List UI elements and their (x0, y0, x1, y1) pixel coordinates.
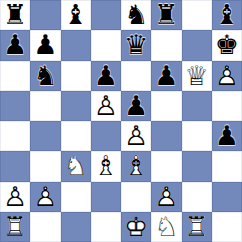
square-g2[interactable] (182, 182, 212, 212)
square-g5[interactable] (182, 91, 212, 121)
square-a4[interactable] (0, 121, 30, 151)
piece-black-pawn[interactable]: ♟ (0, 30, 30, 60)
square-d3[interactable]: ♝♗ (91, 151, 121, 181)
white-pawn-outline: ♙ (30, 182, 60, 212)
square-a3[interactable] (0, 151, 30, 181)
square-e5[interactable]: ♟ (121, 91, 151, 121)
white-pawn-outline: ♙ (91, 91, 121, 121)
square-g7[interactable] (182, 30, 212, 60)
square-g3[interactable] (182, 151, 212, 181)
black-knight-glyph: ♞ (121, 0, 151, 30)
piece-black-rook[interactable]: ♜ (0, 0, 30, 30)
square-c1[interactable] (61, 212, 91, 242)
piece-black-pawn[interactable]: ♟ (30, 30, 60, 60)
square-c7[interactable] (61, 30, 91, 60)
square-f3[interactable] (151, 151, 181, 181)
square-b2[interactable]: ♟♙ (30, 182, 60, 212)
square-h7[interactable]: ♚ (212, 30, 242, 60)
piece-white-rook[interactable]: ♜♖ (0, 212, 30, 242)
white-bishop-outline: ♗ (91, 151, 121, 181)
square-a5[interactable] (0, 91, 30, 121)
white-rook-outline: ♖ (0, 212, 30, 242)
white-pawn-outline: ♙ (0, 182, 30, 212)
piece-black-pawn[interactable]: ♟ (212, 121, 242, 151)
white-knight-outline: ♘ (61, 151, 91, 181)
square-d8[interactable] (91, 0, 121, 30)
piece-white-pawn[interactable]: ♟♙ (212, 61, 242, 91)
piece-white-pawn[interactable]: ♟♙ (91, 91, 121, 121)
black-pawn-glyph: ♟ (212, 121, 242, 151)
square-e2[interactable] (121, 182, 151, 212)
square-b6[interactable]: ♞ (30, 61, 60, 91)
square-h5[interactable] (212, 91, 242, 121)
square-g4[interactable] (182, 121, 212, 151)
piece-white-knight[interactable]: ♞♘ (61, 151, 91, 181)
square-h2[interactable] (212, 182, 242, 212)
black-pawn-glyph: ♟ (30, 30, 60, 60)
white-queen-outline: ♕ (182, 61, 212, 91)
piece-white-pawn[interactable]: ♟♙ (151, 182, 181, 212)
square-b4[interactable] (30, 121, 60, 151)
square-h8[interactable]: ♝ (212, 0, 242, 30)
square-g6[interactable]: ♛♕ (182, 61, 212, 91)
piece-black-pawn[interactable]: ♟ (121, 91, 151, 121)
piece-white-king[interactable]: ♚♔ (121, 212, 151, 242)
black-bishop-glyph: ♝ (212, 0, 242, 30)
square-e8[interactable]: ♞ (121, 0, 151, 30)
piece-white-pawn[interactable]: ♟♙ (121, 121, 151, 151)
black-knight-glyph: ♞ (30, 61, 60, 91)
square-d4[interactable] (91, 121, 121, 151)
square-f8[interactable]: ♜ (151, 0, 181, 30)
piece-black-rook[interactable]: ♜ (151, 0, 181, 30)
square-e3[interactable]: ♝♗ (121, 151, 151, 181)
black-pawn-glyph: ♟ (121, 91, 151, 121)
square-a1[interactable]: ♜♖ (0, 212, 30, 242)
square-d5[interactable]: ♟♙ (91, 91, 121, 121)
white-pawn-outline: ♙ (121, 121, 151, 151)
piece-black-queen[interactable]: ♛ (121, 30, 151, 60)
square-b3[interactable] (30, 151, 60, 181)
square-e7[interactable]: ♛ (121, 30, 151, 60)
black-pawn-glyph: ♟ (91, 61, 121, 91)
square-b1[interactable] (30, 212, 60, 242)
square-c2[interactable] (61, 182, 91, 212)
square-c3[interactable]: ♞♘ (61, 151, 91, 181)
black-king-glyph: ♚ (212, 30, 242, 60)
square-d1[interactable] (91, 212, 121, 242)
piece-white-bishop[interactable]: ♝♗ (121, 151, 151, 181)
square-f7[interactable] (151, 30, 181, 60)
square-h4[interactable]: ♟ (212, 121, 242, 151)
piece-white-rook[interactable]: ♜♖ (182, 212, 212, 242)
white-knight-outline: ♘ (151, 212, 181, 242)
piece-black-pawn[interactable]: ♟ (151, 61, 181, 91)
piece-black-king[interactable]: ♚ (212, 30, 242, 60)
square-e6[interactable] (121, 61, 151, 91)
piece-black-knight[interactable]: ♞ (121, 0, 151, 30)
white-pawn-outline: ♙ (212, 61, 242, 91)
square-c8[interactable]: ♝ (61, 0, 91, 30)
piece-black-bishop[interactable]: ♝ (61, 0, 91, 30)
square-a8[interactable]: ♜ (0, 0, 30, 30)
piece-white-pawn[interactable]: ♟♙ (0, 182, 30, 212)
square-f4[interactable] (151, 121, 181, 151)
square-e4[interactable]: ♟♙ (121, 121, 151, 151)
square-a2[interactable]: ♟♙ (0, 182, 30, 212)
black-rook-glyph: ♜ (0, 0, 30, 30)
black-bishop-glyph: ♝ (61, 0, 91, 30)
piece-white-pawn[interactable]: ♟♙ (30, 182, 60, 212)
piece-black-pawn[interactable]: ♟ (91, 61, 121, 91)
black-rook-glyph: ♜ (151, 0, 181, 30)
square-f6[interactable]: ♟ (151, 61, 181, 91)
chess-board: ♜♝♞♜♝♟♟♛♚♞♟♟♛♕♟♙♟♙♟♟♙♟♞♘♝♗♝♗♟♙♟♙♟♙♜♖♚♔♞♘… (0, 0, 242, 242)
piece-white-bishop[interactable]: ♝♗ (91, 151, 121, 181)
square-h6[interactable]: ♟♙ (212, 61, 242, 91)
square-c4[interactable] (61, 121, 91, 151)
square-e1[interactable]: ♚♔ (121, 212, 151, 242)
square-h3[interactable] (212, 151, 242, 181)
square-b5[interactable] (30, 91, 60, 121)
square-f2[interactable]: ♟♙ (151, 182, 181, 212)
square-a7[interactable]: ♟ (0, 30, 30, 60)
square-b8[interactable] (30, 0, 60, 30)
piece-white-knight[interactable]: ♞♘ (151, 212, 181, 242)
piece-black-knight[interactable]: ♞ (30, 61, 60, 91)
square-g1[interactable]: ♜♖ (182, 212, 212, 242)
black-pawn-glyph: ♟ (0, 30, 30, 60)
square-b7[interactable]: ♟ (30, 30, 60, 60)
white-king-outline: ♔ (121, 212, 151, 242)
square-a6[interactable] (0, 61, 30, 91)
square-d7[interactable] (91, 30, 121, 60)
square-f1[interactable]: ♞♘ (151, 212, 181, 242)
square-c6[interactable] (61, 61, 91, 91)
square-c5[interactable] (61, 91, 91, 121)
square-g8[interactable] (182, 0, 212, 30)
square-h1[interactable] (212, 212, 242, 242)
black-queen-glyph: ♛ (121, 30, 151, 60)
white-bishop-outline: ♗ (121, 151, 151, 181)
white-rook-outline: ♖ (182, 212, 212, 242)
square-d2[interactable] (91, 182, 121, 212)
square-f5[interactable] (151, 91, 181, 121)
black-pawn-glyph: ♟ (151, 61, 181, 91)
piece-black-bishop[interactable]: ♝ (212, 0, 242, 30)
square-d6[interactable]: ♟ (91, 61, 121, 91)
piece-white-queen[interactable]: ♛♕ (182, 61, 212, 91)
white-pawn-outline: ♙ (151, 182, 181, 212)
